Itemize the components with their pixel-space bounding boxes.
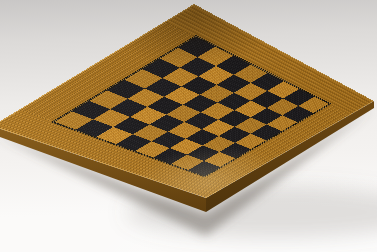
chessboard-product-photo	[0, 0, 377, 252]
